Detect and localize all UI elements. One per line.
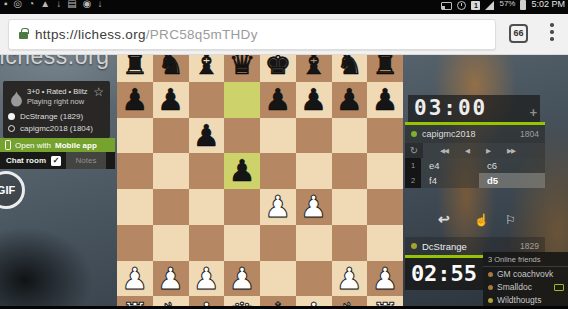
square-c7[interactable]	[189, 82, 225, 118]
prev-move-icon[interactable]: ◀	[465, 147, 469, 155]
tab-chat-room[interactable]: Chat room ✓	[0, 152, 66, 169]
square-f4[interactable]: ♟	[296, 189, 332, 225]
battery-percent: 57%	[499, 0, 515, 11]
square-e2[interactable]	[260, 261, 296, 297]
square-c2[interactable]: ♟	[189, 261, 225, 297]
square-c8[interactable]: ♝	[189, 55, 225, 82]
black-disc-icon	[8, 125, 15, 132]
square-h5[interactable]	[367, 153, 403, 189]
bookmark-star-icon[interactable]: ☆	[93, 85, 104, 99]
top-player-clock: 03:00 +	[408, 95, 540, 122]
square-a2[interactable]: ♟	[117, 261, 153, 297]
friend-row[interactable]: Wildthougts	[483, 293, 568, 306]
takeback-icon[interactable]: ↩	[438, 211, 450, 227]
square-f1[interactable]: ♝	[296, 296, 332, 306]
square-g5[interactable]	[332, 153, 368, 189]
friend-status-dot	[488, 285, 493, 290]
square-d3[interactable]	[224, 225, 260, 261]
square-f2[interactable]	[296, 261, 332, 297]
chat-toggle-checkbox[interactable]: ✓	[51, 156, 61, 166]
square-f7[interactable]: ♟	[296, 82, 332, 118]
friend-name: Smalldoc	[497, 282, 550, 292]
piece-b8: ♞	[157, 55, 184, 81]
black-player-label: capigmc2018 (1804)	[20, 124, 93, 133]
piece-b1: ♞	[157, 296, 184, 306]
square-c4[interactable]	[189, 189, 225, 225]
chat-tab-label: Chat room	[6, 156, 46, 165]
app-notification-icon: ◔	[28, 0, 34, 11]
piece-f1: ♝	[300, 296, 327, 306]
piece-f7: ♟	[300, 82, 327, 117]
square-g3[interactable]	[332, 225, 368, 261]
top-player-row[interactable]: capigmc2018 1804	[405, 125, 545, 143]
piece-b7: ♟	[157, 82, 184, 117]
square-e3[interactable]	[260, 225, 296, 261]
square-g4[interactable]	[332, 189, 368, 225]
piece-a7: ♟	[121, 82, 148, 117]
bottom-player-clock: 02:55	[405, 258, 483, 290]
move-black[interactable]: d5	[479, 173, 545, 188]
square-b1[interactable]: ♞	[153, 296, 189, 306]
square-g2[interactable]: ♟	[332, 261, 368, 297]
square-b4[interactable]	[153, 189, 189, 225]
lichess-page: lichess.org ☆ 3+0 • Rated • Blitz Playin…	[0, 55, 568, 306]
square-b2[interactable]: ♟	[153, 261, 189, 297]
square-b6[interactable]	[153, 118, 189, 154]
move-white[interactable]: f4	[421, 173, 479, 188]
white-player-label: DcStrange (1829)	[20, 112, 83, 121]
top-player-rating: 1804	[520, 129, 539, 139]
square-h6[interactable]	[367, 118, 403, 154]
status-bar: ▪ ◎ ◔ ▲ ↓ ▤ ◉ ↓ 1 57% 5:02 PM	[0, 0, 568, 14]
game-status: Playing right now	[27, 97, 84, 106]
battery-icon	[520, 0, 526, 10]
online-friends-panel: 3 Online friends GM coachvovkSmalldocWil…	[483, 252, 568, 306]
app-notification-icon: ▲	[40, 0, 50, 11]
piece-h2: ♟	[372, 261, 399, 296]
square-b7[interactable]: ♟	[153, 82, 189, 118]
piece-h8: ♜	[372, 55, 399, 81]
site-title: lichess.org	[0, 55, 109, 70]
friend-row[interactable]: Smalldoc	[483, 280, 568, 293]
online-dot-icon	[411, 243, 417, 249]
square-c6[interactable]: ♟	[189, 118, 225, 154]
square-d1[interactable]: ♛	[224, 296, 260, 306]
move-number: 2	[405, 173, 421, 188]
piece-e7: ♟	[264, 82, 291, 117]
https-lock-icon	[19, 32, 28, 39]
square-a7[interactable]: ♟	[117, 82, 153, 118]
square-a5[interactable]	[117, 153, 153, 189]
square-e5[interactable]	[260, 153, 296, 189]
android-screen: ▪ ◎ ◔ ▲ ↓ ▤ ◉ ↓ 1 57% 5:02 PM https://li…	[0, 0, 568, 309]
square-d7[interactable]	[224, 82, 260, 118]
square-f8[interactable]: ♝	[296, 55, 332, 82]
game-meta: 3+0 • Rated • Blitz	[27, 87, 88, 96]
piece-e4: ♟	[264, 189, 291, 224]
piece-d1: ♛	[229, 296, 256, 306]
square-d2[interactable]: ♟	[224, 261, 260, 297]
offer-draw-icon[interactable]: ☝	[474, 213, 489, 227]
move-white[interactable]: e4	[421, 158, 479, 173]
square-h4[interactable]	[367, 189, 403, 225]
browser-address-bar: https://lichess.org/PRC58q5mTHDy 66	[0, 14, 568, 55]
piece-g7: ♟	[336, 82, 363, 117]
piece-a1: ♜	[121, 296, 148, 306]
top-player-name: capigmc2018	[422, 129, 515, 139]
friend-status-dot	[488, 272, 493, 277]
notification-icons: ▪ ◎ ◔ ▲ ↓ ▤ ◉ ↓	[4, 0, 102, 11]
square-d5[interactable]: ♟	[224, 153, 260, 189]
cast-icon	[441, 2, 452, 10]
white-disc-icon	[8, 113, 15, 120]
chat-tabs: Chat room ✓ Notes	[0, 152, 115, 169]
friend-row[interactable]: GM coachvovk	[483, 267, 568, 280]
piece-c8: ♝	[193, 55, 220, 81]
app-notification-icon: ▤	[67, 0, 76, 11]
square-e7[interactable]: ♟	[260, 82, 296, 118]
move-list: 1e4c62f4d5	[405, 158, 545, 188]
url-host: https://lichess.org	[35, 27, 146, 42]
first-move-icon[interactable]: ◀◀	[440, 147, 448, 155]
piece-e8: ♚	[264, 55, 291, 81]
watch-tv-icon[interactable]	[554, 284, 564, 291]
url-path: /PRC58q5mTHDy	[146, 27, 258, 42]
app-notification-icon: ◎	[14, 0, 23, 11]
notification-count-badge: 1	[471, 1, 480, 10]
flip-board-icon[interactable]: ↻	[405, 143, 423, 158]
piece-d8: ♛	[229, 55, 256, 81]
browser-menu-icon[interactable]	[550, 23, 554, 45]
banner-prefix: Open with	[15, 141, 51, 150]
move-row: 2f4d5	[405, 173, 545, 188]
square-d6[interactable]	[224, 118, 260, 154]
square-a3[interactable]	[117, 225, 153, 261]
piece-a8: ♜	[121, 55, 148, 81]
square-h8[interactable]: ♜	[367, 55, 403, 82]
blitz-flame-icon	[10, 91, 23, 112]
tab-notes[interactable]: Notes	[66, 152, 106, 169]
bottom-player-rating: 1829	[520, 241, 539, 251]
online-dot-icon	[411, 131, 417, 137]
square-a6[interactable]	[117, 118, 153, 154]
chess-board[interactable]: ♜♞♝♛♚♝♞♜♟♟♟♟♟♟♟♟♟♟♟♟♟♟♟♟♜♞♝♛♚♝♞♜	[117, 55, 403, 306]
piece-f4: ♟	[300, 189, 327, 224]
square-g1[interactable]: ♞	[332, 296, 368, 306]
piece-g1: ♞	[336, 296, 363, 306]
url-bar[interactable]: https://lichess.org/PRC58q5mTHDy	[8, 19, 496, 50]
alarm-icon	[457, 1, 466, 10]
piece-g8: ♞	[336, 55, 363, 81]
move-black[interactable]: c6	[479, 158, 545, 173]
square-c5[interactable]	[189, 153, 225, 189]
banner-bold: Mobile app	[55, 141, 97, 150]
piece-c1: ♝	[193, 296, 220, 306]
app-notification-icon: ◉	[83, 0, 92, 11]
last-move-icon[interactable]: ▶▶	[507, 147, 515, 155]
piece-h1: ♜	[372, 296, 399, 306]
download-icon: ↓	[97, 0, 102, 11]
square-f3[interactable]	[296, 225, 332, 261]
square-e1[interactable]: ♚	[260, 296, 296, 306]
piece-g2: ♟	[336, 261, 363, 296]
next-move-icon[interactable]: ▶	[486, 147, 490, 155]
square-e6[interactable]	[260, 118, 296, 154]
square-a4[interactable]	[117, 189, 153, 225]
square-a1[interactable]: ♜	[117, 296, 153, 306]
square-d8[interactable]: ♛	[224, 55, 260, 82]
friend-name: Wildthougts	[497, 295, 564, 305]
game-info-panel: ☆ 3+0 • Rated • Blitz Playing right now …	[3, 81, 110, 138]
piece-c6: ♟	[193, 118, 220, 153]
square-g8[interactable]: ♞	[332, 55, 368, 82]
piece-c2: ♟	[193, 261, 220, 296]
tab-count-button[interactable]: 66	[509, 24, 528, 43]
square-h2[interactable]: ♟	[367, 261, 403, 297]
square-e4[interactable]: ♟	[260, 189, 296, 225]
phone-icon	[5, 140, 11, 150]
app-notification-icon: ▪	[4, 0, 8, 11]
move-number: 1	[405, 158, 421, 173]
piece-a2: ♟	[121, 261, 148, 296]
square-a8[interactable]: ♜	[117, 55, 153, 82]
bottom-player-name: DcStrange	[422, 241, 515, 252]
square-c3[interactable]	[189, 225, 225, 261]
piece-b2: ♟	[157, 261, 184, 296]
download-icon: ↓	[56, 0, 61, 11]
square-b5[interactable]	[153, 153, 189, 189]
piece-d5: ♟	[229, 153, 256, 188]
resign-flag-icon[interactable]: ⚐	[505, 213, 516, 227]
friends-header: 3 Online friends	[483, 252, 568, 267]
square-b8[interactable]: ♞	[153, 55, 189, 82]
square-d4[interactable]	[224, 189, 260, 225]
square-c1[interactable]: ♝	[189, 296, 225, 306]
square-h7[interactable]: ♟	[367, 82, 403, 118]
piece-e1: ♚	[264, 296, 291, 306]
friend-name: GM coachvovk	[497, 269, 564, 279]
piece-f8: ♝	[300, 55, 327, 81]
signal-icon	[485, 1, 494, 10]
friend-status-dot	[488, 298, 493, 303]
move-row: 1e4c6	[405, 158, 545, 173]
square-b3[interactable]	[153, 225, 189, 261]
square-e8[interactable]: ♚	[260, 55, 296, 82]
game-actions: ↩ ☝ ⚐	[405, 211, 545, 229]
status-time: 5:02 PM	[531, 0, 565, 11]
square-g7[interactable]: ♟	[332, 82, 368, 118]
piece-h7: ♟	[372, 82, 399, 117]
square-f6[interactable]	[296, 118, 332, 154]
open-mobile-app-banner[interactable]: Open with Mobile app	[0, 138, 115, 152]
square-f5[interactable]	[296, 153, 332, 189]
piece-d2: ♟	[229, 261, 256, 296]
black-player-link[interactable]: capigmc2018 (1804)	[8, 124, 93, 133]
square-h1[interactable]: ♜	[367, 296, 403, 306]
square-g6[interactable]	[332, 118, 368, 154]
replay-controls: ↻ ◀◀ ◀ ▶ ▶▶	[405, 143, 545, 158]
white-player-link[interactable]: DcStrange (1829)	[8, 112, 83, 121]
square-h3[interactable]	[367, 225, 403, 261]
